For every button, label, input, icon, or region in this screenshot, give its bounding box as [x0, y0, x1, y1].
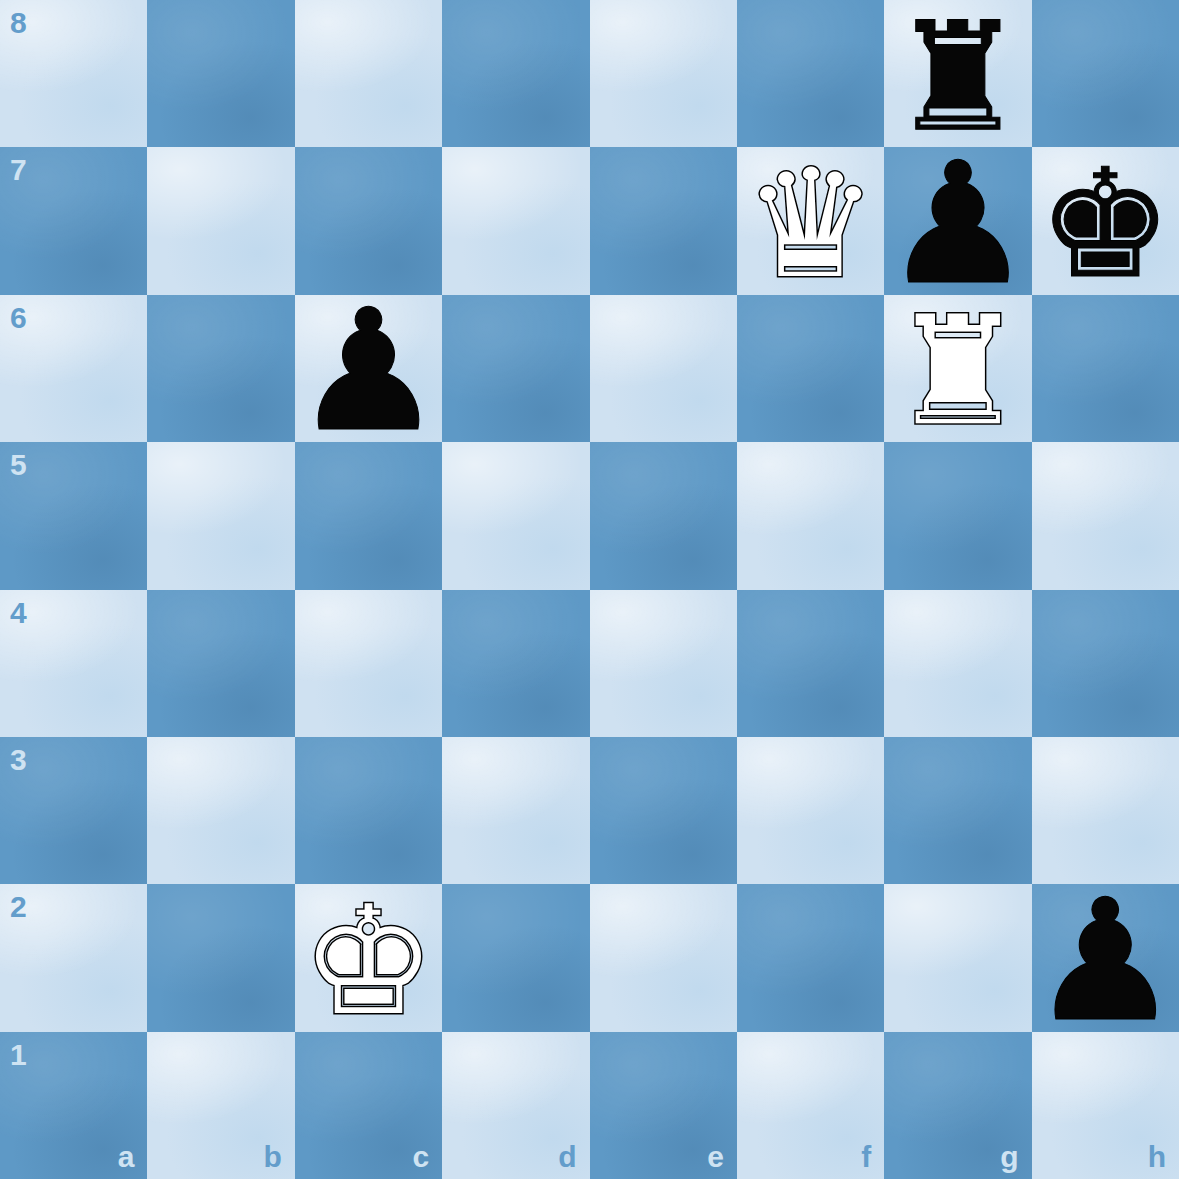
- square-c8[interactable]: [295, 0, 442, 147]
- square-c1[interactable]: c: [295, 1032, 442, 1179]
- square-h7[interactable]: ♚: [1032, 147, 1179, 294]
- square-a8[interactable]: 8: [0, 0, 147, 147]
- square-h8[interactable]: [1032, 0, 1179, 147]
- square-c6[interactable]: ♟: [295, 295, 442, 442]
- square-e5[interactable]: [590, 442, 737, 589]
- square-d8[interactable]: [442, 0, 589, 147]
- square-c5[interactable]: [295, 442, 442, 589]
- square-a7[interactable]: 7: [0, 147, 147, 294]
- square-h4[interactable]: [1032, 590, 1179, 737]
- square-g6[interactable]: ♜: [884, 295, 1031, 442]
- square-e4[interactable]: [590, 590, 737, 737]
- square-f6[interactable]: [737, 295, 884, 442]
- square-g1[interactable]: g: [884, 1032, 1031, 1179]
- square-g8[interactable]: ♜: [884, 0, 1031, 147]
- square-d7[interactable]: [442, 147, 589, 294]
- square-c2[interactable]: ♚: [295, 884, 442, 1031]
- square-h1[interactable]: h: [1032, 1032, 1179, 1179]
- piece-black-pawn-g7[interactable]: ♟: [884, 147, 1031, 294]
- square-g7[interactable]: ♟: [884, 147, 1031, 294]
- square-d4[interactable]: [442, 590, 589, 737]
- square-a6[interactable]: 6: [0, 295, 147, 442]
- square-e3[interactable]: [590, 737, 737, 884]
- square-e2[interactable]: [590, 884, 737, 1031]
- square-b3[interactable]: [147, 737, 294, 884]
- square-f3[interactable]: [737, 737, 884, 884]
- rank-label-5: 5: [10, 450, 27, 480]
- square-g2[interactable]: [884, 884, 1031, 1031]
- square-a3[interactable]: 3: [0, 737, 147, 884]
- square-a2[interactable]: 2: [0, 884, 147, 1031]
- square-c4[interactable]: [295, 590, 442, 737]
- chess-board: 8♜7♛♟♚6♟♜5432♚♟1abcdefgh: [0, 0, 1179, 1179]
- square-c3[interactable]: [295, 737, 442, 884]
- square-h2[interactable]: ♟: [1032, 884, 1179, 1031]
- piece-black-pawn-c6[interactable]: ♟: [295, 295, 442, 442]
- rank-label-6: 6: [10, 303, 27, 333]
- file-label-d: d: [558, 1142, 576, 1172]
- rank-label-8: 8: [10, 8, 27, 38]
- piece-white-queen-f7[interactable]: ♛: [743, 149, 877, 295]
- file-label-e: e: [707, 1142, 724, 1172]
- square-f7[interactable]: ♛: [737, 147, 884, 294]
- square-f5[interactable]: [737, 442, 884, 589]
- square-e6[interactable]: [590, 295, 737, 442]
- square-e1[interactable]: e: [590, 1032, 737, 1179]
- square-h6[interactable]: [1032, 295, 1179, 442]
- file-label-h: h: [1148, 1142, 1166, 1172]
- file-label-b: b: [263, 1142, 281, 1172]
- square-g5[interactable]: [884, 442, 1031, 589]
- square-d1[interactable]: d: [442, 1032, 589, 1179]
- square-e7[interactable]: [590, 147, 737, 294]
- piece-black-pawn-h2[interactable]: ♟: [1032, 884, 1179, 1031]
- square-f2[interactable]: [737, 884, 884, 1031]
- square-a4[interactable]: 4: [0, 590, 147, 737]
- square-g4[interactable]: [884, 590, 1031, 737]
- square-b4[interactable]: [147, 590, 294, 737]
- rank-label-2: 2: [10, 892, 27, 922]
- square-h3[interactable]: [1032, 737, 1179, 884]
- square-f1[interactable]: f: [737, 1032, 884, 1179]
- square-f4[interactable]: [737, 590, 884, 737]
- square-e8[interactable]: [590, 0, 737, 147]
- piece-black-rook-g8[interactable]: ♜: [891, 2, 1025, 148]
- piece-white-rook-g6[interactable]: ♜: [891, 296, 1025, 442]
- square-b6[interactable]: [147, 295, 294, 442]
- square-b5[interactable]: [147, 442, 294, 589]
- square-a5[interactable]: 5: [0, 442, 147, 589]
- square-a1[interactable]: 1a: [0, 1032, 147, 1179]
- square-d6[interactable]: [442, 295, 589, 442]
- piece-white-king-c2[interactable]: ♚: [301, 886, 435, 1032]
- square-b8[interactable]: [147, 0, 294, 147]
- rank-label-7: 7: [10, 155, 27, 185]
- square-b2[interactable]: [147, 884, 294, 1031]
- square-d3[interactable]: [442, 737, 589, 884]
- square-b1[interactable]: b: [147, 1032, 294, 1179]
- file-label-a: a: [118, 1142, 135, 1172]
- square-f8[interactable]: [737, 0, 884, 147]
- rank-label-3: 3: [10, 745, 27, 775]
- square-h5[interactable]: [1032, 442, 1179, 589]
- square-b7[interactable]: [147, 147, 294, 294]
- square-c7[interactable]: [295, 147, 442, 294]
- file-label-f: f: [861, 1142, 871, 1172]
- rank-label-1: 1: [10, 1040, 27, 1070]
- file-label-c: c: [412, 1142, 429, 1172]
- piece-black-king-h7[interactable]: ♚: [1038, 149, 1172, 295]
- square-g3[interactable]: [884, 737, 1031, 884]
- square-d5[interactable]: [442, 442, 589, 589]
- rank-label-4: 4: [10, 598, 27, 628]
- square-d2[interactable]: [442, 884, 589, 1031]
- file-label-g: g: [1000, 1142, 1018, 1172]
